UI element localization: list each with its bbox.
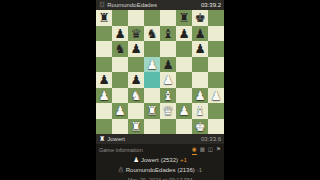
white-pawn-icon: ♟ [133,156,139,164]
square-d5[interactable]: ♟ [144,57,160,73]
square-f2[interactable]: ♟ [176,103,192,119]
black-player-name[interactable]: RoumundoEdades [126,167,176,173]
square-c8[interactable] [128,10,144,26]
square-b5[interactable] [112,57,128,73]
white-bishop: ♝ [162,88,173,103]
square-b3[interactable] [112,88,128,104]
square-d3[interactable] [144,88,160,104]
black-player-line: ♟ RoumundoEdades (2136) -1 [96,166,224,174]
white-pawn: ♟ [210,88,221,103]
square-c3[interactable]: ♞ [128,88,144,104]
game-information-title: Game information [99,147,192,153]
square-c5[interactable] [128,57,144,73]
white-pawn: ♟ [114,103,125,118]
square-g4[interactable] [192,72,208,88]
square-h1[interactable] [208,119,224,135]
square-d6[interactable] [144,41,160,57]
black-rating-change: -1 [197,167,202,173]
black-pawn: ♟ [130,41,141,56]
white-pawn: ♟ [162,72,173,87]
white-player-line: ♟ Jowert (2532) +1 [96,156,224,164]
board-tab-icon[interactable]: ▦ [200,145,205,154]
square-e3[interactable]: ♝ [160,88,176,104]
game-information-panel: Game information ◉ ▦ ◫ ⚑ ♟ Jowert (2532)… [96,144,224,180]
white-king: ♚ [194,119,205,134]
info-tab-icon[interactable]: ◉ [192,145,197,155]
black-player-rating: (2136) [177,167,194,173]
black-knight: ♞ [114,41,125,56]
black-pawn: ♟ [194,41,205,56]
white-player-name[interactable]: Jowert [141,157,159,163]
square-g5[interactable] [192,57,208,73]
square-g8[interactable]: ♚ [192,10,208,26]
square-d4[interactable] [144,72,160,88]
square-e8[interactable] [160,10,176,26]
white-rook: ♜ [146,103,157,118]
square-f3[interactable] [176,88,192,104]
square-a5[interactable] [96,57,112,73]
black-rook: ♜ [178,10,189,25]
white-rook-icon: ♜ [99,134,105,144]
square-e4[interactable]: ♟ [160,72,176,88]
square-h6[interactable] [208,41,224,57]
white-rating-change: +1 [180,157,187,163]
square-c6[interactable]: ♟ [128,41,144,57]
chart-tab-icon[interactable]: ◫ [208,145,213,154]
black-king: ♚ [194,10,205,25]
square-a8[interactable]: ♜ [96,10,112,26]
square-h7[interactable] [208,26,224,42]
square-a7[interactable] [96,26,112,42]
chess-board: ♜♜♚♟♛♞♝♟♟♞♟♟♟♟♟♟♟♟♞♝♟♟♟♜♛♟♝♜♚ [96,10,224,134]
black-bishop: ♝ [162,26,173,41]
square-d8[interactable] [144,10,160,26]
white-bishop: ♝ [194,103,205,118]
bottom-player-clock: 03:33.6 [201,134,221,144]
top-player-bar: ♜ RoumundoEdades 03:39.2 [96,0,224,10]
square-h3[interactable]: ♟ [208,88,224,104]
square-d7[interactable]: ♞ [144,26,160,42]
square-c2[interactable] [128,103,144,119]
square-a4[interactable]: ♟ [96,72,112,88]
square-e2[interactable]: ♛ [160,103,176,119]
game-information-header: Game information ◉ ▦ ◫ ⚑ [96,145,224,154]
square-e6[interactable] [160,41,176,57]
square-h5[interactable] [208,57,224,73]
square-d2[interactable]: ♜ [144,103,160,119]
square-a6[interactable] [96,41,112,57]
square-a1[interactable] [96,119,112,135]
square-b6[interactable]: ♞ [112,41,128,57]
black-pawn: ♟ [130,72,141,87]
square-f7[interactable]: ♟ [176,26,192,42]
square-c1[interactable]: ♜ [128,119,144,135]
white-pawn: ♟ [98,88,109,103]
black-pawn: ♟ [178,26,189,41]
square-h4[interactable] [208,72,224,88]
square-g1[interactable]: ♚ [192,119,208,135]
square-b4[interactable] [112,72,128,88]
black-rook: ♜ [98,10,109,25]
white-pawn: ♟ [146,57,157,72]
square-h8[interactable] [208,10,224,26]
black-pawn-icon: ♟ [118,166,124,174]
square-g3[interactable]: ♟ [192,88,208,104]
white-queen: ♛ [162,103,173,118]
share-tab-icon[interactable]: ⚑ [216,145,221,154]
top-player-clock: 03:39.2 [201,0,221,10]
white-pawn: ♟ [178,103,189,118]
black-pawn: ♟ [162,57,173,72]
square-f1[interactable] [176,119,192,135]
square-h2[interactable] [208,103,224,119]
square-a3[interactable]: ♟ [96,88,112,104]
square-f4[interactable] [176,72,192,88]
square-e5[interactable]: ♟ [160,57,176,73]
white-pawn: ♟ [194,88,205,103]
square-c4[interactable]: ♟ [128,72,144,88]
black-rook-icon: ♜ [99,0,105,10]
game-info-tabs: ◉ ▦ ◫ ⚑ [192,145,221,155]
square-a2[interactable] [96,103,112,119]
square-d1[interactable] [144,119,160,135]
black-knight: ♞ [146,26,157,41]
square-b1[interactable] [112,119,128,135]
square-b2[interactable]: ♟ [112,103,128,119]
square-f5[interactable] [176,57,192,73]
black-queen: ♛ [130,26,141,41]
top-player-name: RoumundoEdades [107,0,199,10]
white-rook: ♜ [130,119,141,134]
square-g6[interactable]: ♟ [192,41,208,57]
square-g7[interactable]: ♟ [192,26,208,42]
black-pawn: ♟ [114,26,125,41]
game-date: May 29, 2024 at 09:17 PM [96,177,224,180]
square-b7[interactable]: ♟ [112,26,128,42]
white-knight: ♞ [130,88,141,103]
square-b8[interactable] [112,10,128,26]
white-player-rating: (2532) [161,157,178,163]
bottom-player-bar: ♜ Jowert 03:33.6 [96,134,224,144]
square-e7[interactable]: ♝ [160,26,176,42]
square-c7[interactable]: ♛ [128,26,144,42]
app-window: ♜ RoumundoEdades 03:39.2 ♜♜♚♟♛♞♝♟♟♞♟♟♟♟♟… [96,0,224,180]
square-f6[interactable] [176,41,192,57]
bottom-player-name: Jowert [107,134,199,144]
square-f8[interactable]: ♜ [176,10,192,26]
black-pawn: ♟ [98,72,109,87]
square-e1[interactable] [160,119,176,135]
black-pawn: ♟ [194,26,205,41]
square-g2[interactable]: ♝ [192,103,208,119]
